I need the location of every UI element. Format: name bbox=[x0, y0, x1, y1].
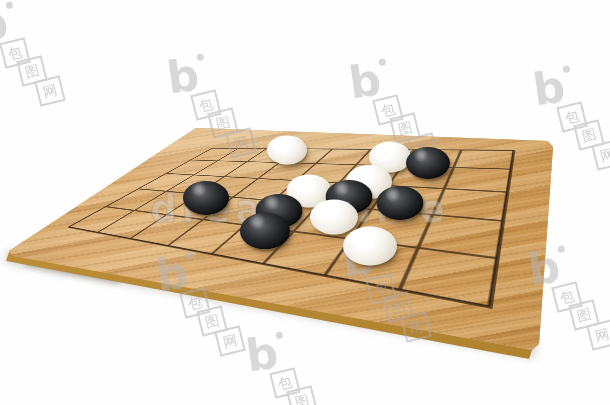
stones-layer: ○○●○○●●●●○●○ bbox=[0, 0, 610, 405]
black-go-stone: ● bbox=[406, 147, 450, 179]
black-go-stone: ● bbox=[377, 186, 424, 220]
black-go-stone: ● bbox=[240, 213, 290, 250]
white-go-stone: ○ bbox=[310, 200, 358, 235]
white-go-stone: ○ bbox=[343, 227, 397, 266]
black-go-stone: ● bbox=[183, 181, 229, 215]
stock-photo-go-board: ○○●○○●●●●○●○ dreamstime b包图网b包图网b包图网b包图网… bbox=[0, 0, 610, 405]
white-go-stone: ○ bbox=[267, 136, 307, 165]
